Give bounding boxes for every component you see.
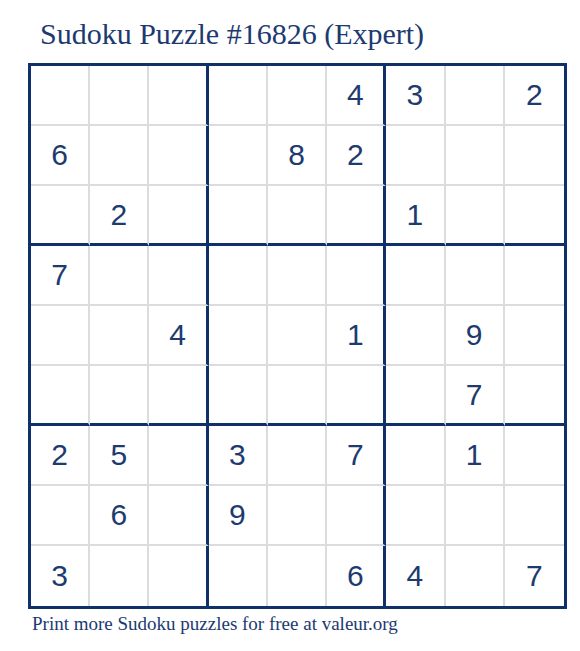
cell-r6c2 [90, 366, 149, 426]
cell-r5c6: 1 [327, 306, 386, 366]
cell-r1c6: 4 [327, 66, 386, 126]
cell-r1c8 [446, 66, 505, 126]
cell-r7c8: 1 [446, 426, 505, 486]
cell-r4c6 [327, 246, 386, 306]
cell-r2c4 [209, 126, 268, 186]
cell-r9c8 [446, 546, 505, 606]
cell-r6c1 [31, 366, 90, 426]
cell-r8c9 [505, 486, 564, 546]
cell-r1c5 [268, 66, 327, 126]
cell-r8c5 [268, 486, 327, 546]
cell-r7c6: 7 [327, 426, 386, 486]
cell-r3c2: 2 [90, 186, 149, 246]
cell-r2c8 [446, 126, 505, 186]
cell-r9c1: 3 [31, 546, 90, 606]
cell-r8c6 [327, 486, 386, 546]
cell-r7c4: 3 [209, 426, 268, 486]
cell-r1c9: 2 [505, 66, 564, 126]
cell-r4c8 [446, 246, 505, 306]
cell-r3c5 [268, 186, 327, 246]
cell-r3c8 [446, 186, 505, 246]
cell-r8c2: 6 [90, 486, 149, 546]
cell-r8c8 [446, 486, 505, 546]
cell-r8c3 [149, 486, 208, 546]
cell-r2c3 [149, 126, 208, 186]
cell-r2c9 [505, 126, 564, 186]
cell-r1c3 [149, 66, 208, 126]
cell-r7c1: 2 [31, 426, 90, 486]
puzzle-title: Sudoku Puzzle #16826 (Expert) [40, 17, 424, 50]
cell-r1c7: 3 [386, 66, 445, 126]
cell-r6c7 [386, 366, 445, 426]
cell-r2c6: 2 [327, 126, 386, 186]
cell-r9c2 [90, 546, 149, 606]
cell-r7c9 [505, 426, 564, 486]
cell-r4c5 [268, 246, 327, 306]
cell-r5c7 [386, 306, 445, 366]
cell-r7c3 [149, 426, 208, 486]
page: { "game": "sudoku", "title": "Sudoku Puz… [0, 0, 580, 651]
cell-r5c5 [268, 306, 327, 366]
cell-r1c1 [31, 66, 90, 126]
cell-r6c6 [327, 366, 386, 426]
cell-r7c5 [268, 426, 327, 486]
cell-r5c9 [505, 306, 564, 366]
sudoku-grid: 432682217419725371693647 [28, 63, 567, 609]
cell-r2c5: 8 [268, 126, 327, 186]
cell-r3c3 [149, 186, 208, 246]
cell-r6c5 [268, 366, 327, 426]
cell-r4c4 [209, 246, 268, 306]
cell-r1c2 [90, 66, 149, 126]
cell-r2c7 [386, 126, 445, 186]
cell-r8c7 [386, 486, 445, 546]
footer-text: Print more Sudoku puzzles for free at va… [32, 613, 398, 635]
cell-r6c8: 7 [446, 366, 505, 426]
cell-r4c3 [149, 246, 208, 306]
cell-r8c4: 9 [209, 486, 268, 546]
cell-r3c9 [505, 186, 564, 246]
cell-r3c7: 1 [386, 186, 445, 246]
cell-r5c4 [209, 306, 268, 366]
cell-r9c6: 6 [327, 546, 386, 606]
cell-r7c2: 5 [90, 426, 149, 486]
cell-r5c3: 4 [149, 306, 208, 366]
cell-r9c9: 7 [505, 546, 564, 606]
cell-r4c7 [386, 246, 445, 306]
cell-r1c4 [209, 66, 268, 126]
cell-r9c7: 4 [386, 546, 445, 606]
cell-r5c8: 9 [446, 306, 505, 366]
cell-r4c1: 7 [31, 246, 90, 306]
cell-r5c1 [31, 306, 90, 366]
cell-r9c4 [209, 546, 268, 606]
cell-r5c2 [90, 306, 149, 366]
cell-r6c9 [505, 366, 564, 426]
cell-r3c1 [31, 186, 90, 246]
cell-r4c2 [90, 246, 149, 306]
cell-r9c5 [268, 546, 327, 606]
cell-r2c2 [90, 126, 149, 186]
cell-r6c4 [209, 366, 268, 426]
cell-r7c7 [386, 426, 445, 486]
cell-r3c6 [327, 186, 386, 246]
cell-r2c1: 6 [31, 126, 90, 186]
cell-r9c3 [149, 546, 208, 606]
cell-r8c1 [31, 486, 90, 546]
cell-r3c4 [209, 186, 268, 246]
cell-r6c3 [149, 366, 208, 426]
cell-r4c9 [505, 246, 564, 306]
